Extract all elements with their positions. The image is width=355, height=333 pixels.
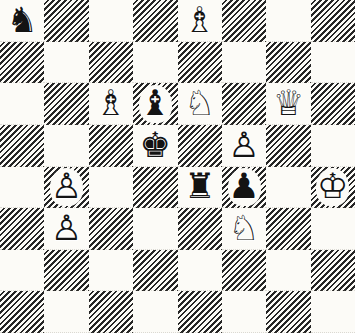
square-c5[interactable]	[89, 125, 133, 167]
square-d1[interactable]	[133, 291, 177, 333]
square-f1[interactable]	[222, 291, 266, 333]
white-knight[interactable]: ♘	[228, 210, 261, 248]
square-b2[interactable]	[44, 250, 88, 292]
square-a5[interactable]	[0, 125, 44, 167]
square-b1[interactable]	[44, 291, 88, 333]
square-c1[interactable]	[89, 291, 133, 333]
chess-board: ♞♗♗♝♘♕♚♙♙♜♟♔♙♘	[0, 0, 355, 333]
white-pawn[interactable]: ♙	[50, 210, 83, 248]
square-f2[interactable]	[222, 250, 266, 292]
square-h4[interactable]: ♔	[311, 167, 355, 209]
square-g7[interactable]	[266, 42, 310, 84]
square-h2[interactable]	[311, 250, 355, 292]
square-h8[interactable]	[311, 0, 355, 42]
square-f7[interactable]	[222, 42, 266, 84]
square-g1[interactable]	[266, 291, 310, 333]
square-c2[interactable]	[89, 250, 133, 292]
square-g2[interactable]	[266, 250, 310, 292]
square-f3[interactable]: ♘	[222, 208, 266, 250]
square-e5[interactable]	[178, 125, 222, 167]
square-b5[interactable]	[44, 125, 88, 167]
square-c7[interactable]	[89, 42, 133, 84]
white-queen[interactable]: ♕	[272, 85, 305, 123]
square-g8[interactable]	[266, 0, 310, 42]
square-c3[interactable]	[89, 208, 133, 250]
square-a4[interactable]	[0, 167, 44, 209]
white-bishop[interactable]: ♗	[94, 85, 127, 123]
square-h1[interactable]	[311, 291, 355, 333]
square-d6[interactable]: ♝	[133, 83, 177, 125]
square-h5[interactable]	[311, 125, 355, 167]
square-e1[interactable]	[178, 291, 222, 333]
square-h3[interactable]	[311, 208, 355, 250]
square-b8[interactable]	[44, 0, 88, 42]
square-h6[interactable]	[311, 83, 355, 125]
square-d4[interactable]	[133, 167, 177, 209]
square-b7[interactable]	[44, 42, 88, 84]
white-king[interactable]: ♔	[316, 168, 349, 206]
square-b4[interactable]: ♙	[44, 167, 88, 209]
black-bishop[interactable]: ♝	[139, 85, 172, 123]
square-c4[interactable]	[89, 167, 133, 209]
square-e7[interactable]	[178, 42, 222, 84]
black-knight[interactable]: ♞	[6, 2, 39, 40]
square-g6[interactable]: ♕	[266, 83, 310, 125]
square-e3[interactable]	[178, 208, 222, 250]
square-e2[interactable]	[178, 250, 222, 292]
square-c6[interactable]: ♗	[89, 83, 133, 125]
square-d5[interactable]: ♚	[133, 125, 177, 167]
square-f4[interactable]: ♟	[222, 167, 266, 209]
square-a7[interactable]	[0, 42, 44, 84]
square-a1[interactable]	[0, 291, 44, 333]
square-g4[interactable]	[266, 167, 310, 209]
square-a6[interactable]	[0, 83, 44, 125]
square-d3[interactable]	[133, 208, 177, 250]
white-pawn[interactable]: ♙	[50, 168, 83, 206]
square-b3[interactable]: ♙	[44, 208, 88, 250]
square-e6[interactable]: ♘	[178, 83, 222, 125]
square-c8[interactable]	[89, 0, 133, 42]
square-h7[interactable]	[311, 42, 355, 84]
square-d2[interactable]	[133, 250, 177, 292]
square-e4[interactable]: ♜	[178, 167, 222, 209]
square-f5[interactable]: ♙	[222, 125, 266, 167]
square-d8[interactable]	[133, 0, 177, 42]
white-bishop[interactable]: ♗	[183, 2, 216, 40]
square-a3[interactable]	[0, 208, 44, 250]
square-f6[interactable]	[222, 83, 266, 125]
square-d7[interactable]	[133, 42, 177, 84]
square-g3[interactable]	[266, 208, 310, 250]
square-a8[interactable]: ♞	[0, 0, 44, 42]
square-a2[interactable]	[0, 250, 44, 292]
black-pawn[interactable]: ♟	[228, 168, 261, 206]
square-f8[interactable]	[222, 0, 266, 42]
black-rook[interactable]: ♜	[183, 168, 216, 206]
white-knight[interactable]: ♘	[183, 85, 216, 123]
square-e8[interactable]: ♗	[178, 0, 222, 42]
square-b6[interactable]	[44, 83, 88, 125]
white-pawn[interactable]: ♙	[228, 127, 261, 165]
square-g5[interactable]	[266, 125, 310, 167]
black-king[interactable]: ♚	[139, 127, 172, 165]
chess-diagram: ♞♗♗♝♘♕♚♙♙♜♟♔♙♘	[0, 0, 355, 333]
